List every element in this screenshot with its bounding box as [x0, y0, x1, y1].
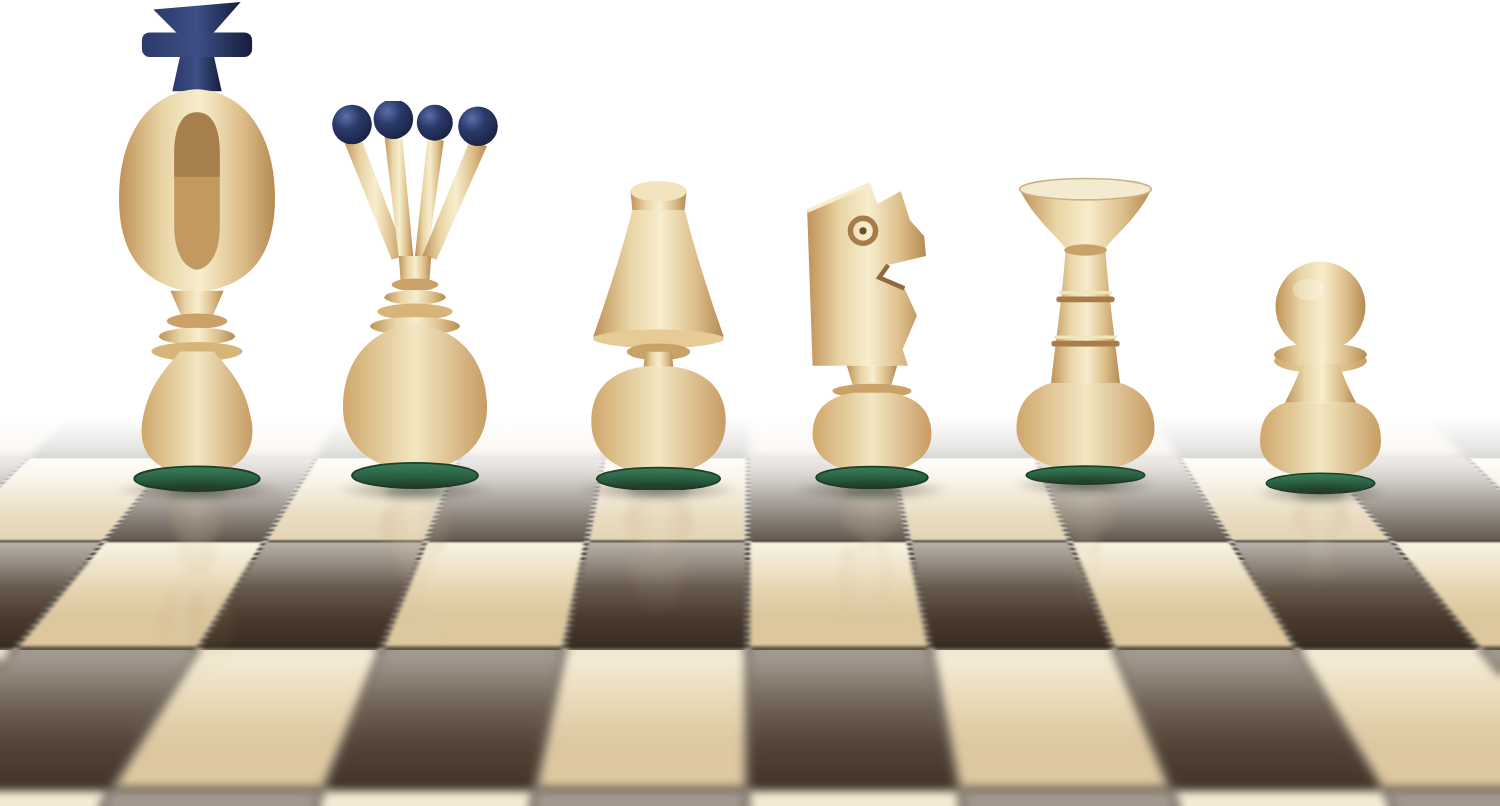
- white-king-piece[interactable]: ♔: [102, 2, 292, 492]
- bishop-group: ♗: [0, 0, 1500, 806]
- white-queen-piece[interactable]: ♕: [325, 101, 505, 490]
- queen-figure: [325, 101, 505, 490]
- bishop-figure: [565, 486, 752, 641]
- king-reflection: [102, 487, 292, 717]
- queen-shadow: [334, 478, 496, 502]
- king-shadow: [112, 478, 284, 502]
- rook-shadow: [1011, 473, 1159, 497]
- pawn-group: ♙: [0, 0, 1500, 806]
- queen-group: ♕: [0, 0, 1500, 806]
- rook-figure: [1003, 481, 1168, 631]
- rook-figure: [1003, 176, 1168, 485]
- queen-figure: [325, 486, 505, 671]
- rook-group: ♖: [0, 0, 1500, 806]
- white-pawn-piece[interactable]: ♙: [1243, 249, 1398, 499]
- knight-group: ♘: [0, 0, 1500, 806]
- pawn-figure: [1243, 249, 1398, 499]
- rook-reflection: [1003, 481, 1168, 631]
- product-photo-stage: ♔: [0, 0, 1500, 806]
- king-figure: [102, 2, 292, 492]
- white-rook-piece[interactable]: ♖: [1003, 176, 1168, 485]
- pieces-row: ♔: [0, 0, 1500, 806]
- pawn-shadow: [1251, 481, 1389, 505]
- white-bishop-piece[interactable]: ♗: [565, 180, 752, 490]
- knight-figure: [782, 486, 962, 646]
- pawn-figure: [1243, 489, 1398, 604]
- bishop-figure: [565, 180, 752, 490]
- knight-shadow: [791, 478, 953, 502]
- king-group: ♔: [0, 0, 1500, 806]
- knight-figure: [782, 175, 962, 490]
- knight-reflection: [782, 486, 962, 646]
- queen-reflection: [325, 486, 505, 671]
- pawn-reflection: [1243, 489, 1398, 604]
- white-knight-piece[interactable]: ♘: [782, 175, 962, 490]
- bishop-reflection: [565, 486, 752, 641]
- bishop-shadow: [574, 478, 742, 502]
- king-figure: [102, 487, 292, 717]
